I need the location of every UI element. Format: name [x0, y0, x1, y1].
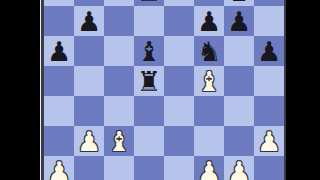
white-pawn-g2[interactable]: ♟: [224, 156, 254, 180]
square-g6[interactable]: [224, 36, 254, 66]
square-e5[interactable]: [164, 66, 194, 96]
board-right-border: [284, 0, 286, 180]
square-b2[interactable]: [74, 156, 104, 180]
square-g4[interactable]: [224, 96, 254, 126]
black-pawn-a6[interactable]: ♟: [44, 36, 74, 66]
black-pawn-g7[interactable]: ♟: [224, 6, 254, 36]
square-d4[interactable]: [134, 96, 164, 126]
square-a2[interactable]: ♟: [44, 156, 74, 180]
square-c6[interactable]: [104, 36, 134, 66]
square-d3[interactable]: [134, 126, 164, 156]
square-g3[interactable]: [224, 126, 254, 156]
square-f6[interactable]: ♞: [194, 36, 224, 66]
black-pawn-b7[interactable]: ♟: [74, 6, 104, 36]
square-e7[interactable]: [164, 6, 194, 36]
square-g7[interactable]: ♟: [224, 6, 254, 36]
screenshot-canvas: ♜♚♟♟♟♟♝♞♟♜♝♟♝♟♟♟♟: [0, 0, 320, 180]
square-f5[interactable]: ♝: [194, 66, 224, 96]
square-a7[interactable]: [44, 6, 74, 36]
square-a3[interactable]: [44, 126, 74, 156]
square-a4[interactable]: [44, 96, 74, 126]
square-e6[interactable]: [164, 36, 194, 66]
square-c3[interactable]: ♝: [104, 126, 134, 156]
black-bishop-d6[interactable]: ♝: [134, 36, 164, 66]
black-pawn-f7[interactable]: ♟: [194, 6, 224, 36]
white-pawn-a2[interactable]: ♟: [44, 156, 74, 180]
square-e2[interactable]: [164, 156, 194, 180]
black-pawn-h6[interactable]: ♟: [254, 36, 284, 66]
square-h6[interactable]: ♟: [254, 36, 284, 66]
square-e4[interactable]: [164, 96, 194, 126]
square-d2[interactable]: [134, 156, 164, 180]
white-pawn-b3[interactable]: ♟: [74, 126, 104, 156]
square-b4[interactable]: [74, 96, 104, 126]
chess-board[interactable]: ♜♚♟♟♟♟♝♞♟♜♝♟♝♟♟♟♟: [44, 0, 284, 180]
white-pawn-h3[interactable]: ♟: [254, 126, 284, 156]
square-f2[interactable]: ♟: [194, 156, 224, 180]
square-c5[interactable]: [104, 66, 134, 96]
square-d5[interactable]: ♜: [134, 66, 164, 96]
square-f7[interactable]: ♟: [194, 6, 224, 36]
square-e3[interactable]: [164, 126, 194, 156]
square-c2[interactable]: [104, 156, 134, 180]
square-b6[interactable]: [74, 36, 104, 66]
square-d6[interactable]: ♝: [134, 36, 164, 66]
square-f4[interactable]: [194, 96, 224, 126]
square-f3[interactable]: [194, 126, 224, 156]
square-b5[interactable]: [74, 66, 104, 96]
square-c7[interactable]: [104, 6, 134, 36]
white-pawn-f2[interactable]: ♟: [194, 156, 224, 180]
square-a5[interactable]: [44, 66, 74, 96]
square-h4[interactable]: [254, 96, 284, 126]
square-c4[interactable]: [104, 96, 134, 126]
square-h7[interactable]: [254, 6, 284, 36]
square-g2[interactable]: ♟: [224, 156, 254, 180]
square-h2[interactable]: [254, 156, 284, 180]
square-b7[interactable]: ♟: [74, 6, 104, 36]
square-h5[interactable]: [254, 66, 284, 96]
black-rook-d5[interactable]: ♜: [134, 66, 164, 96]
square-b3[interactable]: ♟: [74, 126, 104, 156]
white-bishop-c3[interactable]: ♝: [104, 126, 134, 156]
square-g5[interactable]: [224, 66, 254, 96]
white-bishop-f5[interactable]: ♝: [194, 66, 224, 96]
square-a6[interactable]: ♟: [44, 36, 74, 66]
square-h3[interactable]: ♟: [254, 126, 284, 156]
black-knight-f6[interactable]: ♞: [194, 36, 224, 66]
square-d7[interactable]: [134, 6, 164, 36]
chess-board-frame: ♜♚♟♟♟♟♝♞♟♜♝♟♝♟♟♟♟: [44, 0, 284, 180]
